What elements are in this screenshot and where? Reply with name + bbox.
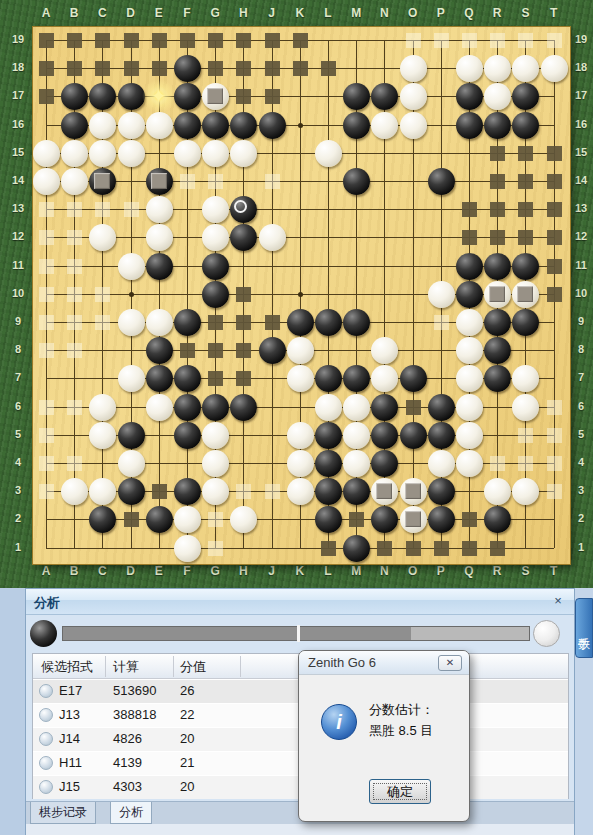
dialog-title: Zenith Go 6: [308, 655, 376, 670]
black-stone-M1: [343, 535, 370, 562]
coord-bottom-N: N: [374, 564, 394, 578]
coord-top-B: B: [64, 6, 84, 20]
white-stone-N16: [371, 112, 398, 139]
white-stone-C6: [89, 394, 116, 421]
black-stone-N6: [371, 394, 398, 421]
coord-bottom-Q: Q: [459, 564, 479, 578]
white-stone-E6: [146, 394, 173, 421]
col-header-move[interactable]: 候选招式: [41, 658, 93, 676]
white-stone-L6: [315, 394, 342, 421]
tab-move-record[interactable]: 棋步记录: [30, 802, 96, 824]
candidate-calc: 388818: [113, 707, 156, 722]
coord-left-13: 13: [8, 202, 28, 214]
black-stone-M7: [343, 365, 370, 392]
white-territory-C9: [95, 315, 110, 330]
coord-bottom-K: K: [290, 564, 310, 578]
coord-right-2: 2: [571, 512, 591, 524]
white-territory-T3: [547, 484, 562, 499]
dead-mark-S10: [517, 286, 533, 302]
black-stone-R2: [484, 506, 511, 533]
black-territory-T10: [547, 287, 562, 302]
candidate-move: J14: [59, 731, 80, 746]
coord-left-19: 19: [8, 33, 28, 45]
black-territory-F19: [180, 33, 195, 48]
candidate-calc: 4826: [113, 731, 142, 746]
coord-left-8: 8: [8, 343, 28, 355]
white-stone-E16: [146, 112, 173, 139]
black-territory-G19: [208, 33, 223, 48]
black-stone-P5: [428, 422, 455, 449]
white-territory-G1: [208, 541, 223, 556]
black-territory-M2: [349, 512, 364, 527]
white-stone-C3: [89, 478, 116, 505]
white-stone-Q7: [456, 365, 483, 392]
black-territory-T15: [547, 146, 562, 161]
info-icon: i: [321, 704, 357, 740]
star-point: [298, 292, 303, 297]
black-territory-C19: [95, 33, 110, 48]
black-stone-J16: [259, 112, 286, 139]
coord-right-9: 9: [571, 315, 591, 327]
white-territory-B4: [67, 456, 82, 471]
col-header-score[interactable]: 分值: [180, 658, 206, 676]
white-territory-H3: [236, 484, 251, 499]
white-stone-A15: [33, 140, 60, 167]
black-territory-E18: [152, 61, 167, 76]
coord-bottom-J: J: [262, 564, 282, 578]
black-stone-Q11: [456, 253, 483, 280]
black-stone-G16: [202, 112, 229, 139]
coord-bottom-H: H: [233, 564, 253, 578]
black-stone-P6: [428, 394, 455, 421]
white-territory-R19: [490, 33, 505, 48]
score-estimate-dialog: Zenith Go 6 ✕ i 分数估计： 黑胜 8.5 目 确定: [298, 650, 470, 822]
coord-top-C: C: [92, 6, 112, 20]
slider-segment-light: [411, 627, 529, 640]
black-territory-S13: [518, 202, 533, 217]
candidate-score: 20: [180, 779, 194, 794]
best-move-sparkle-E17: ✦: [142, 79, 176, 113]
black-territory-T13: [547, 202, 562, 217]
white-territory-T19: [547, 33, 562, 48]
coord-right-4: 4: [571, 456, 591, 468]
coord-right-10: 10: [571, 287, 591, 299]
coord-top-D: D: [121, 6, 141, 20]
white-territory-B6: [67, 400, 82, 415]
dead-mark-O2: [405, 511, 421, 527]
coord-top-K: K: [290, 6, 310, 20]
white-stone-G4: [202, 450, 229, 477]
black-stone-D5: [118, 422, 145, 449]
white-territory-P9: [434, 315, 449, 330]
black-territory-R14: [490, 174, 505, 189]
black-stone-M17: [343, 83, 370, 110]
black-territory-K18: [293, 61, 308, 76]
black-stone-J8: [259, 337, 286, 364]
black-stone-H6: [230, 394, 257, 421]
black-stone-B16: [61, 112, 88, 139]
coord-top-Q: Q: [459, 6, 479, 20]
black-territory-F8: [180, 343, 195, 358]
white-territory-S4: [518, 456, 533, 471]
coord-right-16: 16: [571, 118, 591, 130]
dialog-message: 分数估计： 黑胜 8.5 目: [369, 699, 434, 741]
white-territory-B8: [67, 343, 82, 358]
coord-right-3: 3: [571, 484, 591, 496]
stone-bullet-icon: [39, 780, 53, 794]
coord-left-16: 16: [8, 118, 28, 130]
black-territory-G9: [208, 315, 223, 330]
dead-mark-E14: [151, 173, 167, 189]
coord-left-10: 10: [8, 287, 28, 299]
white-territory-B10: [67, 287, 82, 302]
star-point: [298, 123, 303, 128]
coord-bottom-F: F: [177, 564, 197, 578]
score-slider[interactable]: [62, 626, 530, 641]
coord-bottom-C: C: [92, 564, 112, 578]
black-territory-B19: [67, 33, 82, 48]
black-territory-D18: [124, 61, 139, 76]
panel-bottom-strip: [26, 824, 574, 835]
black-territory-E3: [152, 484, 167, 499]
white-territory-G2: [208, 512, 223, 527]
coord-left-5: 5: [8, 428, 28, 440]
white-stone-D16: [118, 112, 145, 139]
white-territory-T4: [547, 456, 562, 471]
black-stone-D17: [118, 83, 145, 110]
black-territory-S15: [518, 146, 533, 161]
white-territory-B12: [67, 230, 82, 245]
white-stone-B14: [61, 168, 88, 195]
score-label: 分数估计：: [369, 699, 434, 720]
black-stone-E8: [146, 337, 173, 364]
black-stone-F7: [174, 365, 201, 392]
black-territory-D19: [124, 33, 139, 48]
black-territory-B18: [67, 61, 82, 76]
coord-top-T: T: [544, 6, 564, 20]
white-stone-D9: [118, 309, 145, 336]
coord-top-S: S: [515, 6, 535, 20]
coord-right-13: 13: [571, 202, 591, 214]
black-stone-L3: [315, 478, 342, 505]
coord-right-5: 5: [571, 428, 591, 440]
white-stone-C12: [89, 224, 116, 251]
white-stone-G5: [202, 422, 229, 449]
white-territory-A3: [39, 484, 54, 499]
coord-right-1: 1: [571, 541, 591, 553]
close-icon[interactable]: ×: [550, 593, 566, 609]
white-territory-B11: [67, 259, 82, 274]
coord-left-4: 4: [8, 456, 28, 468]
white-stone-F15: [174, 140, 201, 167]
black-stone-P3: [428, 478, 455, 505]
coord-left-7: 7: [8, 371, 28, 383]
coord-right-19: 19: [571, 33, 591, 45]
black-stone-Q16: [456, 112, 483, 139]
black-territory-J17: [265, 89, 280, 104]
white-territory-A10: [39, 287, 54, 302]
black-stone-N2: [371, 506, 398, 533]
white-territory-R4: [490, 456, 505, 471]
coord-top-N: N: [374, 6, 394, 20]
white-stone-E13: [146, 196, 173, 223]
white-stone-D7: [118, 365, 145, 392]
black-territory-H9: [236, 315, 251, 330]
black-stone-Q10: [456, 281, 483, 308]
black-territory-T11: [547, 259, 562, 274]
grid-line: [46, 519, 554, 520]
white-territory-T5: [547, 428, 562, 443]
white-stone-Q18: [456, 55, 483, 82]
black-stone-L2: [315, 506, 342, 533]
focus-rect: [373, 783, 427, 800]
white-territory-A11: [39, 259, 54, 274]
last-move-circle-H13: [234, 200, 247, 213]
coord-left-18: 18: [8, 61, 28, 73]
coord-bottom-G: G: [205, 564, 225, 578]
black-territory-H17: [236, 89, 251, 104]
candidate-move: H11: [59, 755, 82, 770]
white-stone-K5: [287, 422, 314, 449]
black-stone-R16: [484, 112, 511, 139]
white-territory-A12: [39, 230, 54, 245]
black-territory-K19: [293, 33, 308, 48]
white-stone-F2: [174, 506, 201, 533]
black-territory-O1: [406, 541, 421, 556]
coord-top-O: O: [403, 6, 423, 20]
candidate-move: E17: [59, 683, 82, 698]
white-territory-F14: [180, 174, 195, 189]
black-stone-N17: [371, 83, 398, 110]
black-territory-N1: [377, 541, 392, 556]
black-stone-E11: [146, 253, 173, 280]
white-stone-M6: [343, 394, 370, 421]
black-territory-H19: [236, 33, 251, 48]
black-territory-Q2: [462, 512, 477, 527]
black-territory-R12: [490, 230, 505, 245]
coord-top-L: L: [318, 6, 338, 20]
black-stone-P2: [428, 506, 455, 533]
score-value: 黑胜 8.5 目: [369, 720, 434, 741]
black-stone-M9: [343, 309, 370, 336]
coord-top-R: R: [487, 6, 507, 20]
candidate-score: 26: [180, 683, 194, 698]
black-territory-H18: [236, 61, 251, 76]
coord-right-11: 11: [571, 259, 591, 271]
stone-bullet-icon: [39, 708, 53, 722]
white-stone-O18: [400, 55, 427, 82]
black-stone-G11: [202, 253, 229, 280]
coord-bottom-S: S: [515, 564, 535, 578]
winrate-slider-row: [26, 617, 574, 651]
grid-line: [46, 548, 554, 549]
black-stone-S9: [512, 309, 539, 336]
dialog-titlebar: Zenith Go 6 ✕: [299, 651, 469, 675]
coord-bottom-B: B: [64, 564, 84, 578]
black-stone-D3: [118, 478, 145, 505]
candidate-move: J13: [59, 707, 80, 722]
white-territory-C10: [95, 287, 110, 302]
black-stone-F17: [174, 83, 201, 110]
coord-left-9: 9: [8, 315, 28, 327]
black-territory-A17: [39, 89, 54, 104]
white-stone-D15: [118, 140, 145, 167]
white-territory-S19: [518, 33, 533, 48]
candidate-calc: 4139: [113, 755, 142, 770]
black-territory-J18: [265, 61, 280, 76]
black-stone-O5: [400, 422, 427, 449]
slider-tick[interactable]: [297, 625, 300, 642]
white-stone-R17: [484, 83, 511, 110]
black-stone-O7: [400, 365, 427, 392]
candidate-score: 20: [180, 731, 194, 746]
side-tab-move-number[interactable]: 手数: [575, 598, 593, 658]
white-stone-T18: [541, 55, 568, 82]
white-stone-E12: [146, 224, 173, 251]
analysis-panel-title: 分析: [34, 594, 60, 612]
ok-button[interactable]: 确定: [369, 779, 431, 804]
black-territory-E19: [152, 33, 167, 48]
black-stone-P14: [428, 168, 455, 195]
go-board[interactable]: ✦: [33, 27, 570, 564]
candidate-move: J15: [59, 779, 80, 794]
white-stone-F1: [174, 535, 201, 562]
black-territory-Q1: [462, 541, 477, 556]
candidate-score: 22: [180, 707, 194, 722]
white-territory-A6: [39, 400, 54, 415]
black-territory-G8: [208, 343, 223, 358]
coord-left-6: 6: [8, 400, 28, 412]
white-stone-K3: [287, 478, 314, 505]
white-stone-Q9: [456, 309, 483, 336]
coord-top-G: G: [205, 6, 225, 20]
coord-bottom-E: E: [149, 564, 169, 578]
black-stone-B17: [61, 83, 88, 110]
coord-right-7: 7: [571, 371, 591, 383]
coord-left-17: 17: [8, 89, 28, 101]
black-stone-H12: [230, 224, 257, 251]
black-stone-F16: [174, 112, 201, 139]
black-stone-R8: [484, 337, 511, 364]
black-territory-G7: [208, 371, 223, 386]
white-stone-Q5: [456, 422, 483, 449]
black-territory-A18: [39, 61, 54, 76]
black-stone-C2: [89, 506, 116, 533]
white-stone-L15: [315, 140, 342, 167]
white-stone-G3: [202, 478, 229, 505]
white-territory-O19: [406, 33, 421, 48]
dead-mark-G17: [207, 88, 223, 104]
white-stone-K8: [287, 337, 314, 364]
star-point: [129, 292, 134, 297]
black-territory-S12: [518, 230, 533, 245]
black-stone-F5: [174, 422, 201, 449]
black-territory-T12: [547, 230, 562, 245]
black-stone-L4: [315, 450, 342, 477]
white-territory-A8: [39, 343, 54, 358]
black-stone-Q17: [456, 83, 483, 110]
white-territory-G14: [208, 174, 223, 189]
white-stone-K7: [287, 365, 314, 392]
white-stone-G13: [202, 196, 229, 223]
white-stone-S3: [512, 478, 539, 505]
black-stone-M14: [343, 168, 370, 195]
col-header-calc[interactable]: 计算: [113, 658, 139, 676]
coord-right-8: 8: [571, 343, 591, 355]
white-stone-H15: [230, 140, 257, 167]
white-stone-N8: [371, 337, 398, 364]
white-stone-G15: [202, 140, 229, 167]
black-stone-L9: [315, 309, 342, 336]
black-territory-J9: [265, 315, 280, 330]
black-stone-L7: [315, 365, 342, 392]
candidate-calc: 513690: [113, 683, 156, 698]
black-stone-C17: [89, 83, 116, 110]
dead-mark-R10: [489, 286, 505, 302]
black-territory-H8: [236, 343, 251, 358]
coord-bottom-O: O: [403, 564, 423, 578]
white-stone-R18: [484, 55, 511, 82]
black-territory-R15: [490, 146, 505, 161]
coord-bottom-A: A: [36, 564, 56, 578]
dead-mark-O3: [405, 483, 421, 499]
white-territory-T6: [547, 400, 562, 415]
coord-right-12: 12: [571, 230, 591, 242]
coord-bottom-M: M: [346, 564, 366, 578]
coord-right-6: 6: [571, 400, 591, 412]
white-stone-icon: [533, 620, 560, 647]
coord-top-A: A: [36, 6, 56, 20]
candidate-calc: 4303: [113, 779, 142, 794]
white-stone-P4: [428, 450, 455, 477]
tab-analysis[interactable]: 分析: [110, 802, 152, 824]
black-stone-K9: [287, 309, 314, 336]
black-stone-F18: [174, 55, 201, 82]
coord-top-E: E: [149, 6, 169, 20]
white-stone-Q8: [456, 337, 483, 364]
coord-top-M: M: [346, 6, 366, 20]
black-stone-R11: [484, 253, 511, 280]
white-stone-S7: [512, 365, 539, 392]
black-territory-C18: [95, 61, 110, 76]
coord-right-18: 18: [571, 61, 591, 73]
white-stone-O17: [400, 83, 427, 110]
coord-bottom-R: R: [487, 564, 507, 578]
white-stone-D4: [118, 450, 145, 477]
coord-top-J: J: [262, 6, 282, 20]
black-stone-N5: [371, 422, 398, 449]
black-stone-R7: [484, 365, 511, 392]
coord-left-1: 1: [8, 541, 28, 553]
close-icon[interactable]: ✕: [438, 655, 462, 671]
black-stone-S16: [512, 112, 539, 139]
black-territory-A19: [39, 33, 54, 48]
black-stone-G10: [202, 281, 229, 308]
analysis-panel-titlebar: 分析 ×: [26, 589, 574, 615]
white-territory-B13: [67, 202, 82, 217]
white-stone-O16: [400, 112, 427, 139]
white-stone-M5: [343, 422, 370, 449]
dead-mark-N3: [376, 483, 392, 499]
white-territory-J14: [265, 174, 280, 189]
white-stone-S18: [512, 55, 539, 82]
black-stone-M3: [343, 478, 370, 505]
white-territory-S5: [518, 428, 533, 443]
black-territory-Q13: [462, 202, 477, 217]
black-territory-T14: [547, 174, 562, 189]
stone-bullet-icon: [39, 756, 53, 770]
black-territory-H10: [236, 287, 251, 302]
